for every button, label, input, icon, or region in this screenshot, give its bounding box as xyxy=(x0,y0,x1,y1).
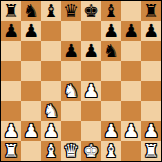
square-d6[interactable]: ♟ xyxy=(61,41,81,61)
white-pawn[interactable]: ♟ xyxy=(123,121,139,141)
square-b3[interactable] xyxy=(21,101,41,121)
square-e8[interactable]: ♚ xyxy=(81,1,101,21)
black-pawn[interactable]: ♟ xyxy=(103,21,119,41)
black-bishop[interactable]: ♝ xyxy=(103,1,119,21)
square-g3[interactable] xyxy=(121,101,141,121)
square-c4[interactable] xyxy=(41,81,61,101)
black-rook[interactable]: ♜ xyxy=(3,1,19,21)
square-c8[interactable]: ♝ xyxy=(41,1,61,21)
square-e4[interactable]: ♟ xyxy=(81,81,101,101)
white-queen[interactable]: ♛ xyxy=(63,141,79,161)
square-a8[interactable]: ♜ xyxy=(1,1,21,21)
square-c5[interactable] xyxy=(41,61,61,81)
white-pawn[interactable]: ♟ xyxy=(43,121,59,141)
square-f7[interactable]: ♟ xyxy=(101,21,121,41)
black-queen[interactable]: ♛ xyxy=(63,1,79,21)
square-e7[interactable] xyxy=(81,21,101,41)
black-pawn[interactable]: ♟ xyxy=(83,41,99,61)
square-a6[interactable] xyxy=(1,41,21,61)
square-a7[interactable]: ♟ xyxy=(1,21,21,41)
white-knight[interactable]: ♞ xyxy=(43,101,59,121)
white-bishop[interactable]: ♝ xyxy=(43,141,59,161)
square-c7[interactable] xyxy=(41,21,61,41)
square-f4[interactable] xyxy=(101,81,121,101)
square-d2[interactable] xyxy=(61,121,81,141)
white-pawn[interactable]: ♟ xyxy=(23,121,39,141)
black-knight[interactable]: ♞ xyxy=(103,41,119,61)
square-g6[interactable] xyxy=(121,41,141,61)
black-pawn[interactable]: ♟ xyxy=(63,41,79,61)
white-rook[interactable]: ♜ xyxy=(143,141,159,161)
square-d1[interactable]: ♛ xyxy=(61,141,81,161)
square-g2[interactable]: ♟ xyxy=(121,121,141,141)
white-pawn[interactable]: ♟ xyxy=(83,81,99,101)
square-b7[interactable]: ♟ xyxy=(21,21,41,41)
square-b6[interactable] xyxy=(21,41,41,61)
square-b4[interactable] xyxy=(21,81,41,101)
square-d7[interactable] xyxy=(61,21,81,41)
white-knight[interactable]: ♞ xyxy=(63,81,79,101)
white-pawn[interactable]: ♟ xyxy=(3,121,19,141)
square-f3[interactable] xyxy=(101,101,121,121)
square-a2[interactable]: ♟ xyxy=(1,121,21,141)
square-e6[interactable]: ♟ xyxy=(81,41,101,61)
white-rook[interactable]: ♜ xyxy=(3,141,19,161)
white-pawn[interactable]: ♟ xyxy=(143,121,159,141)
square-g1[interactable] xyxy=(121,141,141,161)
square-g4[interactable] xyxy=(121,81,141,101)
square-b2[interactable]: ♟ xyxy=(21,121,41,141)
white-bishop[interactable]: ♝ xyxy=(103,141,119,161)
black-knight[interactable]: ♞ xyxy=(23,1,39,21)
square-f2[interactable]: ♟ xyxy=(101,121,121,141)
square-h1[interactable]: ♜ xyxy=(141,141,161,161)
square-b8[interactable]: ♞ xyxy=(21,1,41,21)
square-d8[interactable]: ♛ xyxy=(61,1,81,21)
black-pawn[interactable]: ♟ xyxy=(123,21,139,41)
square-c6[interactable] xyxy=(41,41,61,61)
square-g8[interactable] xyxy=(121,1,141,21)
square-e3[interactable] xyxy=(81,101,101,121)
square-h5[interactable] xyxy=(141,61,161,81)
square-e2[interactable] xyxy=(81,121,101,141)
white-pawn[interactable]: ♟ xyxy=(103,121,119,141)
white-king[interactable]: ♚ xyxy=(83,141,99,161)
square-g5[interactable] xyxy=(121,61,141,81)
square-d5[interactable] xyxy=(61,61,81,81)
square-h7[interactable]: ♟ xyxy=(141,21,161,41)
square-e1[interactable]: ♚ xyxy=(81,141,101,161)
square-c1[interactable]: ♝ xyxy=(41,141,61,161)
square-g7[interactable]: ♟ xyxy=(121,21,141,41)
black-pawn[interactable]: ♟ xyxy=(143,21,159,41)
square-e5[interactable] xyxy=(81,61,101,81)
square-h4[interactable] xyxy=(141,81,161,101)
black-king[interactable]: ♚ xyxy=(83,1,99,21)
square-h3[interactable] xyxy=(141,101,161,121)
square-c3[interactable]: ♞ xyxy=(41,101,61,121)
square-a3[interactable] xyxy=(1,101,21,121)
square-d4[interactable]: ♞ xyxy=(61,81,81,101)
square-d3[interactable] xyxy=(61,101,81,121)
square-a5[interactable] xyxy=(1,61,21,81)
black-pawn[interactable]: ♟ xyxy=(3,21,19,41)
square-f8[interactable]: ♝ xyxy=(101,1,121,21)
black-pawn[interactable]: ♟ xyxy=(23,21,39,41)
square-h6[interactable] xyxy=(141,41,161,61)
square-a4[interactable] xyxy=(1,81,21,101)
square-b5[interactable] xyxy=(21,61,41,81)
square-f6[interactable]: ♞ xyxy=(101,41,121,61)
square-f5[interactable] xyxy=(101,61,121,81)
square-h8[interactable]: ♜ xyxy=(141,1,161,21)
square-c2[interactable]: ♟ xyxy=(41,121,61,141)
square-a1[interactable]: ♜ xyxy=(1,141,21,161)
square-h2[interactable]: ♟ xyxy=(141,121,161,141)
black-bishop[interactable]: ♝ xyxy=(43,1,59,21)
black-rook[interactable]: ♜ xyxy=(143,1,159,21)
square-f1[interactable]: ♝ xyxy=(101,141,121,161)
chess-board: ♜♞♝♛♚♝♜♟♟♟♟♟♟♟♞♞♟♞♟♟♟♟♟♟♜♝♛♚♝♜ xyxy=(0,0,162,162)
square-b1[interactable] xyxy=(21,141,41,161)
